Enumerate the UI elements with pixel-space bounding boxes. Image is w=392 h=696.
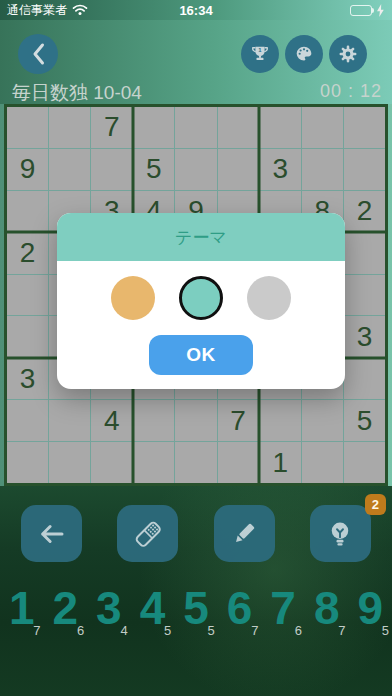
hint-button[interactable]: 2: [310, 505, 371, 562]
cell-r8c6[interactable]: 7: [218, 400, 259, 441]
cell-r9c1[interactable]: [7, 442, 48, 483]
battery-icon: [350, 5, 372, 16]
remaining-count: 5: [164, 623, 171, 638]
remaining-count: 6: [77, 623, 84, 638]
status-bar: 通信事業者 16:34: [0, 0, 392, 20]
numpad: 172634455567768795: [0, 580, 392, 640]
arrow-left-icon: [37, 519, 67, 549]
cell-r2c9[interactable]: [344, 149, 385, 190]
cell-r8c7[interactable]: [260, 400, 301, 441]
number-button-7[interactable]: 76: [261, 580, 305, 640]
dialog-title: テーマ: [57, 213, 345, 261]
cell-r4c1[interactable]: 2: [7, 233, 48, 274]
palette-icon: [293, 43, 315, 65]
cell-r1c5[interactable]: [175, 107, 216, 148]
clock-label: 16:34: [0, 3, 392, 18]
swatch-teal[interactable]: [179, 276, 223, 320]
cell-r8c2[interactable]: [49, 400, 90, 441]
app-screen: 通信事業者 16:34: [0, 0, 392, 696]
cell-r9c9[interactable]: [344, 442, 385, 483]
cell-r2c6[interactable]: [218, 149, 259, 190]
hint-badge: 2: [365, 494, 386, 515]
remaining-count: 5: [208, 623, 215, 638]
cell-r7c1[interactable]: 3: [7, 358, 48, 399]
pencil-icon: [229, 519, 259, 549]
cell-r2c1[interactable]: 9: [7, 149, 48, 190]
cell-r3c9[interactable]: 2: [344, 191, 385, 232]
cell-r3c1[interactable]: [7, 191, 48, 232]
cell-r8c3[interactable]: 4: [91, 400, 132, 441]
cell-r9c6[interactable]: [218, 442, 259, 483]
charging-bolt-icon: [376, 4, 385, 17]
remaining-count: 7: [251, 623, 258, 638]
chevron-left-icon: [31, 42, 46, 66]
theme-dialog: テーマ OK: [57, 213, 345, 389]
cell-r9c5[interactable]: [175, 442, 216, 483]
pencil-button[interactable]: [214, 505, 275, 562]
number-button-6[interactable]: 67: [218, 580, 262, 640]
cell-r9c8[interactable]: [302, 442, 343, 483]
number-button-5[interactable]: 55: [174, 580, 218, 640]
cell-r9c3[interactable]: [91, 442, 132, 483]
cell-r1c8[interactable]: [302, 107, 343, 148]
number-button-1[interactable]: 17: [0, 580, 44, 640]
cell-r6c1[interactable]: [7, 316, 48, 357]
eraser-icon: [132, 518, 164, 550]
cell-r1c7[interactable]: [260, 107, 301, 148]
undo-button[interactable]: [21, 505, 82, 562]
puzzle-title: 毎日数独 10-04: [12, 80, 142, 106]
cell-r1c2[interactable]: [49, 107, 90, 148]
cell-r2c5[interactable]: [175, 149, 216, 190]
palette-button[interactable]: [285, 35, 323, 73]
header: 1: [0, 20, 392, 104]
cell-r2c2[interactable]: [49, 149, 90, 190]
cell-r2c7[interactable]: 3: [260, 149, 301, 190]
cell-r6c9[interactable]: 3: [344, 316, 385, 357]
settings-button[interactable]: [329, 35, 367, 73]
cell-r1c6[interactable]: [218, 107, 259, 148]
number-button-2[interactable]: 26: [44, 580, 88, 640]
swatch-row: [57, 276, 345, 320]
cell-r1c9[interactable]: [344, 107, 385, 148]
cell-r9c7[interactable]: 1: [260, 442, 301, 483]
cell-r1c1[interactable]: [7, 107, 48, 148]
cell-r1c4[interactable]: [133, 107, 174, 148]
remaining-count: 6: [295, 623, 302, 638]
remaining-count: 7: [338, 623, 345, 638]
cell-r8c1[interactable]: [7, 400, 48, 441]
cell-r7c9[interactable]: [344, 358, 385, 399]
cell-r1c3[interactable]: 7: [91, 107, 132, 148]
number-button-3[interactable]: 34: [87, 580, 131, 640]
cell-r8c5[interactable]: [175, 400, 216, 441]
remaining-count: 4: [120, 623, 127, 638]
cell-r8c8[interactable]: [302, 400, 343, 441]
gear-icon: [337, 43, 359, 65]
ok-button[interactable]: OK: [149, 335, 253, 375]
number-button-9[interactable]: 95: [349, 580, 392, 640]
cell-r9c4[interactable]: [133, 442, 174, 483]
cell-r8c4[interactable]: [133, 400, 174, 441]
cell-r8c9[interactable]: 5: [344, 400, 385, 441]
eraser-button[interactable]: [117, 505, 178, 562]
cell-r2c8[interactable]: [302, 149, 343, 190]
cell-r4c9[interactable]: [344, 233, 385, 274]
lightbulb-icon: [325, 519, 355, 549]
toolbar: 2: [0, 505, 392, 562]
timer-label: 00 : 12: [320, 81, 382, 102]
trophy-icon: 1: [249, 43, 271, 65]
number-button-4[interactable]: 45: [131, 580, 175, 640]
cell-r5c9[interactable]: [344, 275, 385, 316]
remaining-count: 5: [382, 623, 389, 638]
number-button-8[interactable]: 87: [305, 580, 349, 640]
swatch-gray[interactable]: [247, 276, 291, 320]
cell-r2c4[interactable]: 5: [133, 149, 174, 190]
trophy-button[interactable]: 1: [241, 35, 279, 73]
back-button[interactable]: [18, 34, 58, 74]
cell-r9c2[interactable]: [49, 442, 90, 483]
swatch-orange[interactable]: [111, 276, 155, 320]
remaining-count: 7: [33, 623, 40, 638]
cell-r2c3[interactable]: [91, 149, 132, 190]
cell-r5c1[interactable]: [7, 275, 48, 316]
